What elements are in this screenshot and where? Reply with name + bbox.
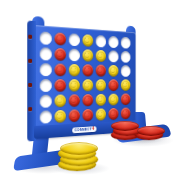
- red-disc: [108, 79, 118, 91]
- cell-r2c2[interactable]: [53, 46, 67, 62]
- logo-brand-text: CONNECT: [74, 127, 91, 132]
- cell-r4c4[interactable]: [81, 77, 94, 92]
- empty-hole: [39, 63, 51, 76]
- red-disc: [120, 93, 130, 105]
- smiley-emboss: [95, 79, 105, 91]
- cell-r3c3[interactable]: [67, 62, 81, 77]
- red-disc: [68, 94, 79, 107]
- connect-four-product-photo: CONNECT 4: [0, 0, 180, 180]
- cell-r4c1[interactable]: [38, 77, 53, 93]
- cell-r3c2[interactable]: [53, 61, 67, 77]
- cell-r5c5[interactable]: [94, 92, 107, 107]
- red-loose-disc: [137, 126, 165, 136]
- cell-r3c4[interactable]: [81, 62, 94, 77]
- smiley-emboss: [95, 93, 105, 105]
- cell-r6c2[interactable]: [53, 108, 67, 124]
- smiley-emboss: [120, 79, 130, 91]
- smiley-emboss: [108, 79, 118, 91]
- board-grid: [38, 29, 131, 125]
- smiley-emboss: [82, 34, 93, 47]
- cell-r1c5[interactable]: [94, 33, 107, 48]
- red-disc: [54, 32, 66, 45]
- empty-hole: [39, 110, 51, 123]
- empty-hole: [39, 31, 51, 45]
- smiley-emboss: [68, 63, 79, 76]
- smiley-emboss: [68, 109, 79, 122]
- smiley-emboss: [68, 79, 79, 91]
- red-loose-disc: [111, 121, 139, 131]
- empty-hole: [120, 36, 130, 48]
- cell-r6c5[interactable]: [94, 106, 107, 121]
- cell-r1c6[interactable]: [107, 34, 119, 49]
- yellow-disc: [95, 49, 105, 61]
- red-disc: [54, 47, 66, 60]
- yellow-disc: [108, 93, 118, 105]
- empty-hole: [120, 50, 130, 62]
- smiley-emboss: [68, 94, 79, 107]
- smiley-emboss: [54, 109, 66, 122]
- smiley-emboss: [82, 64, 93, 76]
- cell-r2c1[interactable]: [38, 45, 53, 61]
- empty-hole: [120, 65, 130, 77]
- empty-hole: [39, 47, 51, 60]
- cell-r2c6[interactable]: [107, 48, 119, 63]
- red-disc-stack-right: [135, 116, 165, 140]
- cell-r6c3[interactable]: [67, 107, 81, 123]
- red-disc: [68, 109, 79, 122]
- cell-r4c5[interactable]: [94, 77, 107, 92]
- cell-r1c7[interactable]: [119, 35, 131, 50]
- smiley-emboss: [82, 108, 93, 121]
- yellow-disc: [68, 79, 79, 91]
- smiley-emboss: [108, 93, 118, 105]
- yellow-disc: [95, 108, 105, 120]
- empty-hole: [39, 79, 51, 92]
- red-disc: [95, 64, 105, 76]
- empty-hole: [39, 94, 51, 107]
- smiley-emboss: [95, 108, 105, 120]
- empty-hole: [108, 35, 118, 47]
- cell-r4c7[interactable]: [119, 78, 131, 92]
- logo-number-text: 4: [92, 126, 94, 131]
- cell-r6c4[interactable]: [81, 107, 94, 123]
- smiley-emboss: [120, 93, 130, 105]
- cell-r2c7[interactable]: [119, 49, 131, 64]
- cell-r3c7[interactable]: [119, 63, 131, 77]
- red-disc: [82, 64, 93, 76]
- connect4-logo: CONNECT 4: [72, 126, 96, 133]
- cell-r1c2[interactable]: [53, 30, 67, 46]
- rail-peg: [28, 107, 31, 111]
- cell-r1c4[interactable]: [81, 32, 94, 48]
- smiley-emboss: [54, 63, 66, 76]
- yellow-disc: [54, 94, 66, 107]
- smiley-emboss: [54, 94, 66, 107]
- smiley-emboss: [82, 94, 93, 106]
- yellow-disc: [54, 109, 66, 122]
- cell-r1c1[interactable]: [38, 29, 53, 46]
- yellow-loose-disc: [60, 142, 98, 155]
- cell-r5c1[interactable]: [38, 93, 53, 109]
- yellow-disc: [108, 64, 118, 76]
- smiley-emboss: [108, 64, 118, 76]
- cell-r2c5[interactable]: [94, 48, 107, 63]
- yellow-disc: [120, 79, 130, 91]
- cell-r3c6[interactable]: [107, 63, 119, 78]
- yellow-disc: [82, 49, 93, 62]
- red-disc: [54, 79, 66, 92]
- smiley-emboss: [82, 79, 93, 91]
- yellow-disc: [68, 63, 79, 76]
- smiley-emboss: [95, 49, 105, 61]
- red-disc: [54, 63, 66, 76]
- cell-r5c6[interactable]: [107, 92, 119, 107]
- empty-hole: [68, 33, 79, 46]
- yellow-disc-stack: [58, 141, 100, 171]
- empty-hole: [68, 48, 79, 61]
- cell-r2c4[interactable]: [81, 47, 94, 62]
- cell-r5c4[interactable]: [81, 92, 94, 107]
- yellow-disc: [95, 79, 105, 91]
- left-side-rail: [27, 20, 36, 141]
- cell-r5c7[interactable]: [119, 92, 131, 106]
- cell-r3c5[interactable]: [94, 63, 107, 78]
- cell-r3c1[interactable]: [38, 61, 53, 77]
- cell-r6c1[interactable]: [38, 108, 53, 124]
- rail-peg: [28, 35, 31, 39]
- yellow-disc: [82, 34, 93, 47]
- cell-r2c3[interactable]: [67, 47, 81, 63]
- smiley-emboss: [54, 79, 66, 92]
- rail-peg: [28, 83, 31, 87]
- rail-peg: [28, 59, 31, 63]
- cell-r4c3[interactable]: [67, 77, 81, 92]
- empty-hole: [95, 35, 105, 47]
- red-disc: [82, 94, 93, 106]
- smiley-emboss: [95, 64, 105, 76]
- cell-r5c3[interactable]: [67, 92, 81, 108]
- cell-r4c6[interactable]: [107, 77, 119, 92]
- cell-r1c3[interactable]: [67, 31, 81, 47]
- yellow-disc: [82, 79, 93, 91]
- cell-r5c2[interactable]: [53, 93, 67, 109]
- smiley-emboss: [54, 32, 66, 45]
- smiley-emboss: [54, 47, 66, 60]
- empty-hole: [108, 50, 118, 62]
- yellow-disc: [95, 93, 105, 105]
- cell-r4c2[interactable]: [53, 77, 67, 93]
- red-disc: [82, 108, 93, 121]
- smiley-emboss: [82, 49, 93, 62]
